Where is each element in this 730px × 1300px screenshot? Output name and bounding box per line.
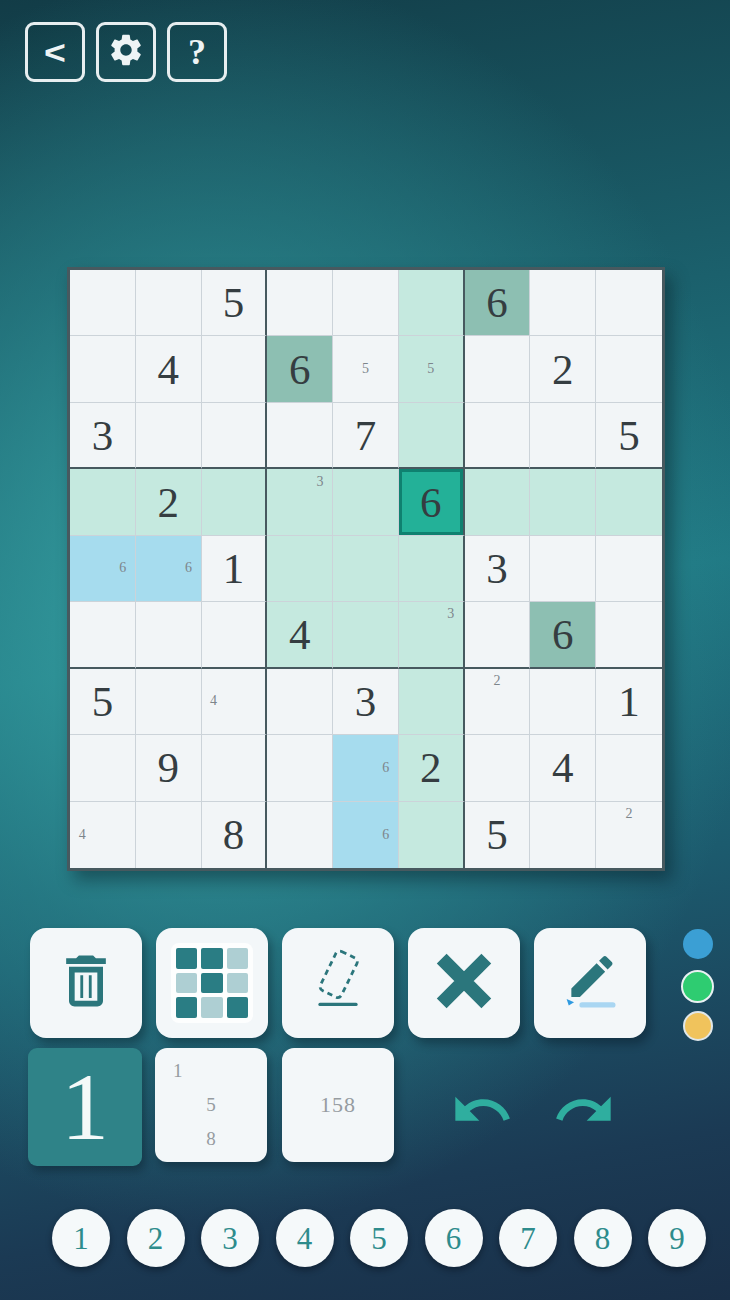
cell-r5c5[interactable] [333, 536, 399, 602]
redo-button[interactable] [552, 1078, 616, 1142]
cell-r5c1[interactable]: 6 [70, 536, 136, 602]
undo-icon [450, 1128, 514, 1145]
numpad-digit: 7 [520, 1223, 536, 1254]
numpad-digit: 4 [297, 1223, 313, 1254]
pencil-digit: 6 [113, 558, 133, 578]
cell-digit: 1 [223, 547, 245, 590]
cell-r7c3[interactable]: 4 [202, 669, 268, 735]
pencil-digit: 2 [487, 671, 507, 691]
cell-r6c7[interactable] [465, 602, 531, 668]
cell-r5c4[interactable] [267, 536, 333, 602]
cell-digit: 6 [289, 348, 311, 391]
numpad-button-3[interactable]: 3 [201, 1209, 259, 1267]
cell-r3c5[interactable]: 7 [333, 403, 399, 469]
cell-r2c2[interactable]: 4 [136, 336, 202, 402]
cell-r3c4[interactable] [267, 403, 333, 469]
cell-r5c3[interactable]: 1 [202, 536, 268, 602]
cell-r8c2[interactable]: 9 [136, 735, 202, 801]
grid-icon-square [201, 973, 222, 994]
cell-r6c1[interactable] [70, 602, 136, 668]
cell-r8c1[interactable] [70, 735, 136, 801]
cell-r7c4[interactable] [267, 669, 333, 735]
grid-icon-square [201, 997, 222, 1018]
trash-icon [52, 947, 120, 1019]
cell-r2c7[interactable] [465, 336, 531, 402]
note-preview-digit: 5 [194, 1088, 227, 1122]
cell-r6c4[interactable]: 4 [267, 602, 333, 668]
delete-button[interactable] [30, 928, 142, 1038]
pencil-marks: 2 [467, 671, 528, 732]
cell-r4c2[interactable]: 2 [136, 469, 202, 535]
pencil-marks: 3 [401, 604, 461, 664]
undo-button[interactable] [450, 1078, 514, 1142]
cell-r1c1[interactable] [70, 270, 136, 336]
cell-r3c3[interactable] [202, 403, 268, 469]
cell-r9c2[interactable] [136, 802, 202, 868]
cell-r5c6[interactable] [399, 536, 465, 602]
cell-r3c9[interactable]: 5 [596, 403, 662, 469]
cell-r9c8[interactable] [530, 802, 596, 868]
sudoku-app: { "game": "sudoku", "position": "..5...6… [0, 0, 730, 1300]
numpad-button-8[interactable]: 8 [574, 1209, 632, 1267]
cell-r7c2[interactable] [136, 669, 202, 735]
cell-r3c8[interactable] [530, 403, 596, 469]
grid-icon-square [227, 997, 248, 1018]
cell-digit: 6 [552, 613, 574, 656]
cell-r2c8[interactable]: 2 [530, 336, 596, 402]
cell-r8c7[interactable] [465, 735, 531, 801]
yellow-dot[interactable] [683, 1011, 713, 1041]
cell-r2c9[interactable] [596, 336, 662, 402]
numpad-button-7[interactable]: 7 [499, 1209, 557, 1267]
cell-r7c7[interactable]: 2 [465, 669, 531, 735]
cell-r1c5[interactable] [333, 270, 399, 336]
pencil-digit: 4 [72, 824, 92, 845]
note-preview-digit: 1 [161, 1054, 194, 1088]
grid-icon-square [227, 948, 248, 969]
cell-r9c6[interactable] [399, 802, 465, 868]
cell-digit: 1 [618, 680, 640, 723]
cell-r8c8[interactable]: 4 [530, 735, 596, 801]
cell-r7c1[interactable]: 5 [70, 669, 136, 735]
cell-digit: 8 [223, 813, 245, 856]
numpad-digit: 1 [73, 1223, 89, 1254]
cell-r6c8[interactable]: 6 [530, 602, 596, 668]
pencil-digit: 5 [421, 359, 441, 379]
cell-digit: 7 [355, 414, 377, 457]
green-dot[interactable] [681, 970, 714, 1003]
pencil-digit: 6 [178, 558, 198, 578]
cell-r3c1[interactable]: 3 [70, 403, 136, 469]
grid-icon [171, 943, 253, 1023]
pencil-digit: 2 [619, 804, 640, 825]
cell-r8c6[interactable]: 2 [399, 735, 465, 801]
cell-r4c5[interactable] [333, 469, 399, 535]
cell-digit: 4 [289, 613, 311, 656]
pencil-marks: 2 [598, 804, 660, 866]
sudoku-board: 5646552375236661343654321962448652 [67, 267, 665, 871]
question-icon: ? [188, 34, 206, 70]
pencil-icon [556, 947, 624, 1019]
cell-r9c1[interactable]: 4 [70, 802, 136, 868]
cell-r1c6[interactable] [399, 270, 465, 336]
numpad-digit: 5 [371, 1223, 387, 1254]
pencil-marks: 5 [401, 338, 461, 399]
cell-r3c6[interactable] [399, 403, 465, 469]
cell-r1c4[interactable] [267, 270, 333, 336]
cell-digit: 6 [486, 281, 508, 324]
cell-r6c5[interactable] [333, 602, 399, 668]
cell-r9c5[interactable]: 6 [333, 802, 399, 868]
pencil-marks: 5 [335, 338, 396, 399]
numpad-digit: 3 [222, 1223, 238, 1254]
cell-r1c3[interactable]: 5 [202, 270, 268, 336]
pencil-marks: 6 [335, 804, 396, 866]
cell-r9c9[interactable]: 2 [596, 802, 662, 868]
cell-r1c7[interactable]: 6 [465, 270, 531, 336]
grid-icon-square [201, 948, 222, 969]
cell-digit: 3 [92, 414, 114, 457]
numpad-digit: 8 [595, 1223, 611, 1254]
cell-r1c9[interactable] [596, 270, 662, 336]
pencil-marks: 6 [335, 737, 396, 798]
cell-r1c2[interactable] [136, 270, 202, 336]
cell-r2c1[interactable] [70, 336, 136, 402]
numpad-button-4[interactable]: 4 [276, 1209, 334, 1267]
back-icon: < [44, 35, 66, 69]
back-button[interactable]: < [25, 22, 85, 82]
cell-r3c7[interactable] [465, 403, 531, 469]
auto-notes-button[interactable] [156, 928, 268, 1038]
cell-r8c5[interactable]: 6 [333, 735, 399, 801]
cell-digit: 9 [157, 746, 179, 789]
eraser-icon [304, 947, 372, 1019]
cell-r4c9[interactable] [596, 469, 662, 535]
cell-r4c8[interactable] [530, 469, 596, 535]
pencil-digit: 6 [376, 824, 396, 845]
cell-digit: 2 [420, 746, 442, 789]
pencil-marks: 6 [72, 538, 133, 599]
numpad-button-2[interactable]: 2 [127, 1209, 185, 1267]
cell-r7c5[interactable]: 3 [333, 669, 399, 735]
cell-r7c9[interactable]: 1 [596, 669, 662, 735]
cell-digit: 2 [157, 481, 179, 524]
cell-r3c2[interactable] [136, 403, 202, 469]
cell-r5c9[interactable] [596, 536, 662, 602]
numpad-button-5[interactable]: 5 [350, 1209, 408, 1267]
cell-digit: 2 [552, 348, 574, 391]
pencil-digit: 4 [204, 691, 224, 711]
cell-r6c6[interactable]: 3 [399, 602, 465, 668]
grid-icon-square [176, 997, 197, 1018]
value-preview-text: 158 [282, 1048, 394, 1162]
numpad-button-9[interactable]: 9 [648, 1209, 706, 1267]
cell-r2c4[interactable]: 6 [267, 336, 333, 402]
grid-icon-square [176, 973, 197, 994]
cell-r4c7[interactable] [465, 469, 531, 535]
clear-cell-button[interactable] [408, 928, 520, 1038]
cell-r7c8[interactable] [530, 669, 596, 735]
redo-icon [552, 1128, 616, 1145]
pencil-marks: 4 [72, 804, 133, 866]
cell-digit: 3 [355, 680, 377, 723]
eraser-button[interactable] [282, 928, 394, 1038]
cell-r2c3[interactable] [202, 336, 268, 402]
pencil-digit: 5 [355, 359, 375, 379]
cell-r7c6[interactable] [399, 669, 465, 735]
pencil-digit: 6 [376, 758, 396, 778]
cell-r8c4[interactable] [267, 735, 333, 801]
numpad-digit: 6 [446, 1223, 462, 1254]
help-button[interactable]: ? [167, 22, 227, 82]
numpad-button-1[interactable]: 1 [52, 1209, 110, 1267]
cell-r5c8[interactable] [530, 536, 596, 602]
cell-r4c4[interactable]: 3 [267, 469, 333, 535]
cell-r9c3[interactable]: 8 [202, 802, 268, 868]
cell-r4c6[interactable]: 6 [399, 469, 465, 535]
blue-dot[interactable] [683, 929, 713, 959]
cell-digit: 5 [223, 281, 245, 324]
grid-icon-square [176, 948, 197, 969]
cell-r6c9[interactable] [596, 602, 662, 668]
settings-button[interactable] [96, 22, 156, 82]
cell-r2c6[interactable]: 5 [399, 336, 465, 402]
cell-r8c9[interactable] [596, 735, 662, 801]
cell-r4c3[interactable] [202, 469, 268, 535]
numpad-button-6[interactable]: 6 [425, 1209, 483, 1267]
grid-icon-square [227, 973, 248, 994]
pencil-marks: 3 [269, 471, 330, 532]
cell-r6c2[interactable] [136, 602, 202, 668]
cell-digit: 4 [552, 746, 574, 789]
cell-digit: 5 [618, 414, 640, 457]
pencil-marks: 4 [204, 671, 264, 732]
cell-r4c1[interactable] [70, 469, 136, 535]
selected-digit-button[interactable]: 1 [28, 1048, 142, 1166]
numpad-digit: 9 [669, 1223, 685, 1254]
cell-r9c4[interactable] [267, 802, 333, 868]
cell-digit: 3 [486, 547, 508, 590]
pencil-digit: 3 [441, 604, 461, 624]
cell-r5c7[interactable]: 3 [465, 536, 531, 602]
cell-r8c3[interactable] [202, 735, 268, 801]
note-preview-digit: 8 [194, 1122, 227, 1156]
cross-icon [430, 947, 498, 1019]
cell-digit: 5 [486, 813, 508, 856]
numpad-digit: 2 [148, 1223, 164, 1254]
note-preview-button[interactable]: 158 [155, 1048, 267, 1162]
selected-digit: 1 [61, 1059, 109, 1155]
pencil-mode-button[interactable] [534, 928, 646, 1038]
cell-digit: 4 [157, 348, 179, 391]
cell-r5c2[interactable]: 6 [136, 536, 202, 602]
cell-r6c3[interactable] [202, 602, 268, 668]
gear-icon [107, 31, 145, 73]
cell-digit: 5 [92, 680, 114, 723]
note-preview-grid: 158 [161, 1054, 261, 1156]
pencil-marks: 6 [138, 538, 199, 599]
cell-r2c5[interactable]: 5 [333, 336, 399, 402]
cell-digit: 6 [420, 481, 442, 524]
cell-r1c8[interactable] [530, 270, 596, 336]
pencil-digit: 3 [310, 471, 330, 491]
value-preview-button[interactable]: 158 [282, 1048, 394, 1162]
cell-r9c7[interactable]: 5 [465, 802, 531, 868]
